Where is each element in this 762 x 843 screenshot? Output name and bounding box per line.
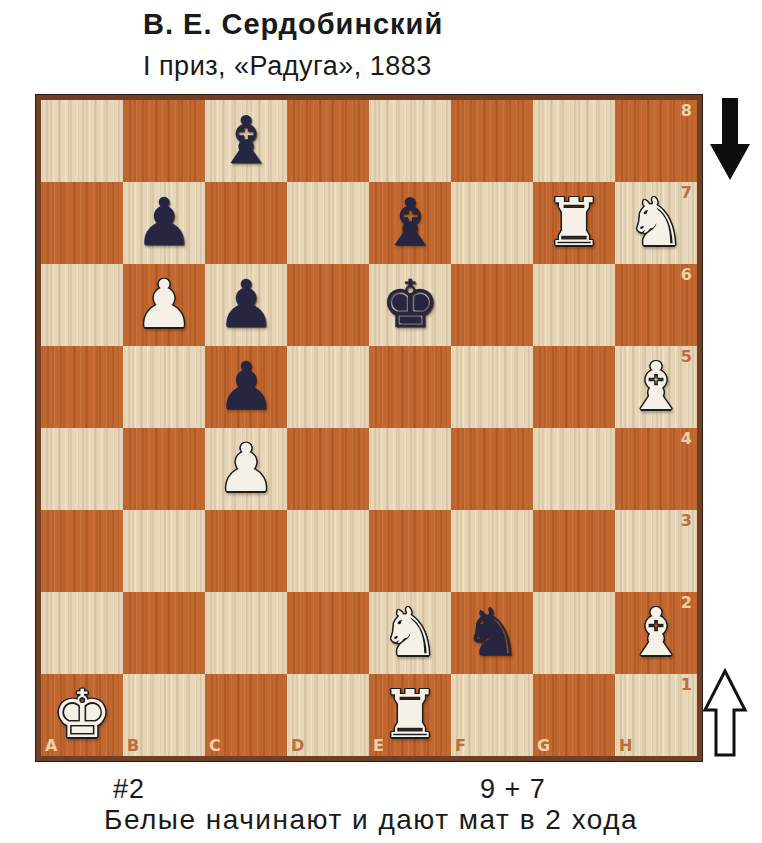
square-b3[interactable] xyxy=(123,510,205,592)
square-g6[interactable] xyxy=(533,264,615,346)
piece-white-knight: ♞ xyxy=(380,592,439,674)
square-f1[interactable]: F xyxy=(451,674,533,756)
square-d2[interactable] xyxy=(287,592,369,674)
piece-black-bishop: ♝ xyxy=(216,100,275,182)
square-e5[interactable] xyxy=(369,346,451,428)
square-e2[interactable]: ♞ xyxy=(369,592,451,674)
piece-black-pawn: ♟ xyxy=(216,346,275,428)
composer-name: В. Е. Сердобинский xyxy=(143,8,443,41)
square-a4[interactable] xyxy=(41,428,123,510)
rank-label-6: 6 xyxy=(681,267,692,283)
piece-black-pawn: ♟ xyxy=(134,182,193,264)
chess-board: ♝8♟♝♜7♞♟♟♚6♟5♝♟43♞♞2♝A♚BCDE♜FG1H xyxy=(36,95,702,761)
square-a8[interactable] xyxy=(41,100,123,182)
square-b8[interactable] xyxy=(123,100,205,182)
square-c4[interactable]: ♟ xyxy=(205,428,287,510)
square-g3[interactable] xyxy=(533,510,615,592)
square-e1[interactable]: E♜ xyxy=(369,674,451,756)
white-moves-up-arrow xyxy=(702,668,748,758)
file-label-f: F xyxy=(455,738,466,754)
square-g1[interactable]: G xyxy=(533,674,615,756)
file-label-g: G xyxy=(537,738,550,754)
square-a5[interactable] xyxy=(41,346,123,428)
square-f4[interactable] xyxy=(451,428,533,510)
square-e4[interactable] xyxy=(369,428,451,510)
square-d8[interactable] xyxy=(287,100,369,182)
piece-white-bishop: ♝ xyxy=(626,346,685,428)
rank-label-4: 4 xyxy=(681,431,692,447)
square-h8[interactable]: 8 xyxy=(615,100,697,182)
square-h5[interactable]: 5♝ xyxy=(615,346,697,428)
piece-white-bishop: ♝ xyxy=(626,592,685,674)
square-h3[interactable]: 3 xyxy=(615,510,697,592)
square-c6[interactable]: ♟ xyxy=(205,264,287,346)
piece-black-king: ♚ xyxy=(380,264,439,346)
piece-black-knight: ♞ xyxy=(462,592,521,674)
piece-black-pawn: ♟ xyxy=(216,264,275,346)
square-h4[interactable]: 4 xyxy=(615,428,697,510)
square-c7[interactable] xyxy=(205,182,287,264)
piece-white-knight: ♞ xyxy=(626,182,685,264)
square-c8[interactable]: ♝ xyxy=(205,100,287,182)
square-e8[interactable] xyxy=(369,100,451,182)
square-c3[interactable] xyxy=(205,510,287,592)
square-a7[interactable] xyxy=(41,182,123,264)
file-label-h: H xyxy=(619,738,632,754)
square-c2[interactable] xyxy=(205,592,287,674)
square-e7[interactable]: ♝ xyxy=(369,182,451,264)
square-g2[interactable] xyxy=(533,592,615,674)
square-g5[interactable] xyxy=(533,346,615,428)
stipulation: #2 xyxy=(113,774,145,805)
tourney-source: I приз, «Радуга», 1883 xyxy=(143,51,432,82)
square-f7[interactable] xyxy=(451,182,533,264)
rank-label-8: 8 xyxy=(681,103,692,119)
piece-white-rook: ♜ xyxy=(380,674,439,756)
square-d7[interactable] xyxy=(287,182,369,264)
square-b1[interactable]: B xyxy=(123,674,205,756)
square-a2[interactable] xyxy=(41,592,123,674)
rank-label-1: 1 xyxy=(681,677,692,693)
rank-label-3: 3 xyxy=(681,513,692,529)
square-e6[interactable]: ♚ xyxy=(369,264,451,346)
square-h6[interactable]: 6 xyxy=(615,264,697,346)
piece-white-king: ♚ xyxy=(52,674,111,756)
square-g7[interactable]: ♜ xyxy=(533,182,615,264)
black-moves-down-arrow xyxy=(708,98,752,182)
file-label-b: B xyxy=(127,738,139,754)
square-b2[interactable] xyxy=(123,592,205,674)
square-g8[interactable] xyxy=(533,100,615,182)
square-e3[interactable] xyxy=(369,510,451,592)
square-d4[interactable] xyxy=(287,428,369,510)
caption-text: Белые начинают и дают мат в 2 хода xyxy=(104,804,638,836)
square-h1[interactable]: 1H xyxy=(615,674,697,756)
square-b5[interactable] xyxy=(123,346,205,428)
piece-white-pawn: ♟ xyxy=(134,264,193,346)
file-label-c: C xyxy=(209,738,221,754)
square-b6[interactable]: ♟ xyxy=(123,264,205,346)
square-b7[interactable]: ♟ xyxy=(123,182,205,264)
square-d1[interactable]: D xyxy=(287,674,369,756)
square-a3[interactable] xyxy=(41,510,123,592)
square-f2[interactable]: ♞ xyxy=(451,592,533,674)
square-d5[interactable] xyxy=(287,346,369,428)
square-c1[interactable]: C xyxy=(205,674,287,756)
square-h2[interactable]: 2♝ xyxy=(615,592,697,674)
piece-white-pawn: ♟ xyxy=(216,428,275,510)
square-f5[interactable] xyxy=(451,346,533,428)
file-label-d: D xyxy=(291,738,304,754)
square-c5[interactable]: ♟ xyxy=(205,346,287,428)
square-h7[interactable]: 7♞ xyxy=(615,182,697,264)
square-b4[interactable] xyxy=(123,428,205,510)
piece-white-rook: ♜ xyxy=(544,182,603,264)
square-a6[interactable] xyxy=(41,264,123,346)
square-d6[interactable] xyxy=(287,264,369,346)
material-count: 9 + 7 xyxy=(480,774,546,805)
square-a1[interactable]: A♚ xyxy=(41,674,123,756)
square-f6[interactable] xyxy=(451,264,533,346)
square-f8[interactable] xyxy=(451,100,533,182)
square-d3[interactable] xyxy=(287,510,369,592)
square-g4[interactable] xyxy=(533,428,615,510)
square-f3[interactable] xyxy=(451,510,533,592)
piece-black-bishop: ♝ xyxy=(380,182,439,264)
